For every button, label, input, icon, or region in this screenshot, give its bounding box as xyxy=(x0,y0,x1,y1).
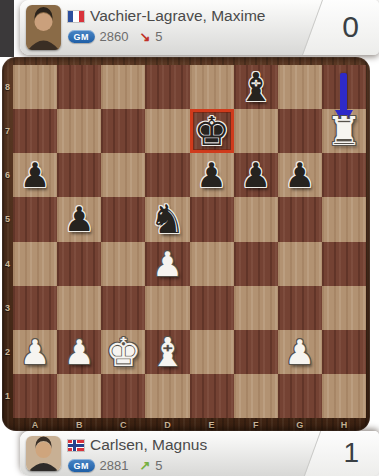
score-area-top: 0 xyxy=(307,0,379,55)
square-a4[interactable] xyxy=(13,242,57,286)
rank-label-3: 3 xyxy=(2,286,13,330)
white-pawn-a2[interactable]: ♟ xyxy=(13,330,57,374)
rank-label-6: 6 xyxy=(2,153,13,197)
black-pawn-g6[interactable]: ♟ xyxy=(278,153,322,197)
file-label-d: D xyxy=(145,418,189,431)
square-c4[interactable] xyxy=(101,242,145,286)
black-pawn-a6[interactable]: ♟ xyxy=(13,153,57,197)
square-b7[interactable] xyxy=(57,109,101,153)
title-badge: GM xyxy=(68,459,95,472)
square-c7[interactable] xyxy=(101,109,145,153)
square-c8[interactable] xyxy=(101,65,145,109)
square-h1[interactable] xyxy=(322,374,366,418)
black-pawn-e6[interactable]: ♟ xyxy=(190,153,234,197)
square-a1[interactable] xyxy=(13,374,57,418)
trend-up-icon: ↗ xyxy=(139,458,150,473)
score-panel xyxy=(300,0,379,55)
player-card-top: Vachier-Lagrave, Maxime GM 2860 ↘ 5 0 xyxy=(20,0,379,55)
black-king-e7[interactable]: ♚ xyxy=(190,109,234,153)
square-e4[interactable] xyxy=(190,242,234,286)
player-avatar-top xyxy=(26,5,61,50)
square-b4[interactable] xyxy=(57,242,101,286)
square-g1[interactable] xyxy=(278,374,322,418)
square-e1[interactable] xyxy=(190,374,234,418)
square-f3[interactable] xyxy=(234,286,278,330)
white-pawn-d4[interactable]: ♟ xyxy=(145,242,189,286)
rank-label-2: 2 xyxy=(2,330,13,374)
square-c3[interactable] xyxy=(101,286,145,330)
rating-change: 5 xyxy=(155,29,162,44)
rank-label-8: 8 xyxy=(2,65,13,109)
square-d7[interactable] xyxy=(145,109,189,153)
page-background-strip xyxy=(0,0,14,57)
score-bottom: 1 xyxy=(343,437,359,469)
square-f1[interactable] xyxy=(234,374,278,418)
file-label-c: C xyxy=(101,418,145,431)
square-h2[interactable] xyxy=(322,330,366,374)
flag-icon-france xyxy=(68,11,84,22)
player-name: Carlsen, Magnus xyxy=(90,436,207,454)
square-a7[interactable] xyxy=(13,109,57,153)
rank-label-4: 4 xyxy=(2,242,13,286)
square-a5[interactable] xyxy=(13,197,57,241)
square-e2[interactable] xyxy=(190,330,234,374)
player-card-bottom: Carlsen, Magnus GM 2881 ↗ 5 1 xyxy=(20,431,379,476)
square-c5[interactable] xyxy=(101,197,145,241)
square-b6[interactable] xyxy=(57,153,101,197)
black-pawn-f6[interactable]: ♟ xyxy=(234,153,278,197)
board-squares: ♝♚♜♟♟♟♟♟♞♟♟♟♚♝♟ xyxy=(13,65,366,418)
file-label-g: G xyxy=(278,418,322,431)
square-e5[interactable] xyxy=(190,197,234,241)
square-g8[interactable] xyxy=(278,65,322,109)
rank-label-1: 1 xyxy=(2,374,13,418)
square-d6[interactable] xyxy=(145,153,189,197)
square-f5[interactable] xyxy=(234,197,278,241)
square-b3[interactable] xyxy=(57,286,101,330)
player-avatar-bottom xyxy=(26,436,61,471)
rank-label-5: 5 xyxy=(2,197,13,241)
white-rook-h7[interactable]: ♜ xyxy=(322,109,366,153)
score-area-bottom: 1 xyxy=(307,431,379,476)
black-bishop-f8[interactable]: ♝ xyxy=(234,65,278,109)
file-label-e: E xyxy=(190,418,234,431)
square-h3[interactable] xyxy=(322,286,366,330)
square-g4[interactable] xyxy=(278,242,322,286)
square-a8[interactable] xyxy=(13,65,57,109)
square-h4[interactable] xyxy=(322,242,366,286)
square-d3[interactable] xyxy=(145,286,189,330)
player-rating: 2860 xyxy=(100,29,129,44)
rating-change: 5 xyxy=(155,458,162,473)
square-h6[interactable] xyxy=(322,153,366,197)
square-f7[interactable] xyxy=(234,109,278,153)
square-a3[interactable] xyxy=(13,286,57,330)
square-b1[interactable] xyxy=(57,374,101,418)
flag-icon-norway xyxy=(68,440,84,451)
move-arrow xyxy=(340,73,347,110)
square-d1[interactable] xyxy=(145,374,189,418)
title-badge: GM xyxy=(68,30,95,43)
white-bishop-d2[interactable]: ♝ xyxy=(145,330,189,374)
square-b8[interactable] xyxy=(57,65,101,109)
square-e8[interactable] xyxy=(190,65,234,109)
square-f4[interactable] xyxy=(234,242,278,286)
square-e3[interactable] xyxy=(190,286,234,330)
square-h5[interactable] xyxy=(322,197,366,241)
file-label-f: F xyxy=(234,418,278,431)
black-knight-d5[interactable]: ♞ xyxy=(145,197,189,241)
square-d8[interactable] xyxy=(145,65,189,109)
trend-down-icon: ↘ xyxy=(139,29,150,44)
rank-label-7: 7 xyxy=(2,109,13,153)
file-label-a: A xyxy=(13,418,57,431)
square-c6[interactable] xyxy=(101,153,145,197)
white-pawn-b2[interactable]: ♟ xyxy=(57,330,101,374)
white-pawn-g2[interactable]: ♟ xyxy=(278,330,322,374)
square-g5[interactable] xyxy=(278,197,322,241)
square-c1[interactable] xyxy=(101,374,145,418)
file-label-b: B xyxy=(57,418,101,431)
score-panel xyxy=(302,431,379,476)
square-g7[interactable] xyxy=(278,109,322,153)
black-pawn-b5[interactable]: ♟ xyxy=(57,197,101,241)
player-name: Vachier-Lagrave, Maxime xyxy=(90,7,265,25)
file-label-h: H xyxy=(322,418,366,431)
square-g3[interactable] xyxy=(278,286,322,330)
score-top: 0 xyxy=(342,10,359,44)
square-f2[interactable] xyxy=(234,330,278,374)
chess-board: ♝♚♜♟♟♟♟♟♞♟♟♟♚♝♟ 87654321 ABCDEFGH xyxy=(2,57,370,431)
white-king-c2[interactable]: ♚ xyxy=(101,330,145,374)
player-rating: 2881 xyxy=(100,458,129,473)
